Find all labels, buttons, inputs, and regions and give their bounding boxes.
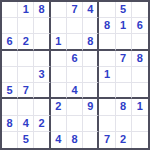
cell-r8c3[interactable]: 2 [34, 116, 50, 132]
cell-r8c2[interactable]: 4 [18, 116, 34, 132]
cell-r4c6[interactable] [83, 51, 99, 67]
cell-r2c5[interactable] [67, 18, 83, 34]
sudoku-puzzle: 18745816621867831574298184254872 [0, 0, 150, 150]
cell-r1c5[interactable]: 7 [67, 2, 83, 18]
cell-r6c2[interactable]: 7 [18, 83, 34, 99]
cell-r3c1[interactable]: 6 [2, 34, 18, 50]
cell-r7c5[interactable] [67, 99, 83, 115]
cell-r8c8[interactable] [116, 116, 132, 132]
cell-r4c5[interactable]: 6 [67, 51, 83, 67]
cell-r9c4[interactable]: 4 [51, 132, 67, 148]
cell-r2c8[interactable]: 1 [116, 18, 132, 34]
cell-r6c9[interactable] [132, 83, 148, 99]
cell-r2c3[interactable] [34, 18, 50, 34]
cell-r9c2[interactable]: 5 [18, 132, 34, 148]
cell-r9c5[interactable]: 8 [67, 132, 83, 148]
cell-r1c9[interactable] [132, 2, 148, 18]
cell-r1c3[interactable]: 8 [34, 2, 50, 18]
cell-r2c2[interactable] [18, 18, 34, 34]
cell-r9c9[interactable] [132, 132, 148, 148]
cell-r4c2[interactable] [18, 51, 34, 67]
cell-r3c9[interactable] [132, 34, 148, 50]
cell-r4c8[interactable]: 7 [116, 51, 132, 67]
cell-r7c7[interactable] [99, 99, 115, 115]
cell-r3c4[interactable]: 1 [51, 34, 67, 50]
cell-r7c9[interactable]: 1 [132, 99, 148, 115]
cell-r1c4[interactable] [51, 2, 67, 18]
cell-r8c4[interactable] [51, 116, 67, 132]
cell-r6c3[interactable] [34, 83, 50, 99]
cell-r9c3[interactable] [34, 132, 50, 148]
cell-r8c5[interactable] [67, 116, 83, 132]
cell-r1c6[interactable]: 4 [83, 2, 99, 18]
cell-r5c8[interactable] [116, 67, 132, 83]
cell-r6c1[interactable]: 5 [2, 83, 18, 99]
cell-r7c8[interactable]: 8 [116, 99, 132, 115]
cell-r1c1[interactable] [2, 2, 18, 18]
cell-r4c7[interactable] [99, 51, 115, 67]
cell-r9c8[interactable]: 2 [116, 132, 132, 148]
cell-r2c1[interactable] [2, 18, 18, 34]
cell-r3c7[interactable] [99, 34, 115, 50]
cell-r3c6[interactable]: 8 [83, 34, 99, 50]
cell-r2c7[interactable]: 8 [99, 18, 115, 34]
cell-r7c4[interactable]: 2 [51, 99, 67, 115]
cell-r2c4[interactable] [51, 18, 67, 34]
cell-r8c6[interactable] [83, 116, 99, 132]
cell-r5c3[interactable]: 3 [34, 67, 50, 83]
cell-r7c6[interactable]: 9 [83, 99, 99, 115]
cell-r4c9[interactable]: 8 [132, 51, 148, 67]
cell-r9c1[interactable] [2, 132, 18, 148]
cell-r7c3[interactable] [34, 99, 50, 115]
cell-r8c7[interactable] [99, 116, 115, 132]
cell-r6c4[interactable] [51, 83, 67, 99]
cell-r5c1[interactable] [2, 67, 18, 83]
cell-r5c5[interactable] [67, 67, 83, 83]
cell-r2c9[interactable]: 6 [132, 18, 148, 34]
cell-r2c6[interactable] [83, 18, 99, 34]
cell-r9c7[interactable]: 7 [99, 132, 115, 148]
cell-r4c4[interactable] [51, 51, 67, 67]
cell-r1c7[interactable] [99, 2, 115, 18]
cell-r6c7[interactable] [99, 83, 115, 99]
cell-r6c5[interactable]: 4 [67, 83, 83, 99]
cell-r5c6[interactable] [83, 67, 99, 83]
cell-r6c6[interactable] [83, 83, 99, 99]
cell-r5c9[interactable] [132, 67, 148, 83]
cell-r6c8[interactable] [116, 83, 132, 99]
cell-r4c3[interactable] [34, 51, 50, 67]
cell-r9c6[interactable] [83, 132, 99, 148]
cell-r7c1[interactable] [2, 99, 18, 115]
cell-r5c4[interactable] [51, 67, 67, 83]
cell-r1c2[interactable]: 1 [18, 2, 34, 18]
cell-r3c2[interactable]: 2 [18, 34, 34, 50]
cell-r7c2[interactable] [18, 99, 34, 115]
sudoku-board: 18745816621867831574298184254872 [0, 0, 150, 150]
cell-r5c2[interactable] [18, 67, 34, 83]
cell-r8c1[interactable]: 8 [2, 116, 18, 132]
cell-r8c9[interactable] [132, 116, 148, 132]
cell-r3c5[interactable] [67, 34, 83, 50]
cell-r5c7[interactable]: 1 [99, 67, 115, 83]
cell-r3c8[interactable] [116, 34, 132, 50]
cell-r1c8[interactable]: 5 [116, 2, 132, 18]
cell-r4c1[interactable] [2, 51, 18, 67]
cell-r3c3[interactable] [34, 34, 50, 50]
